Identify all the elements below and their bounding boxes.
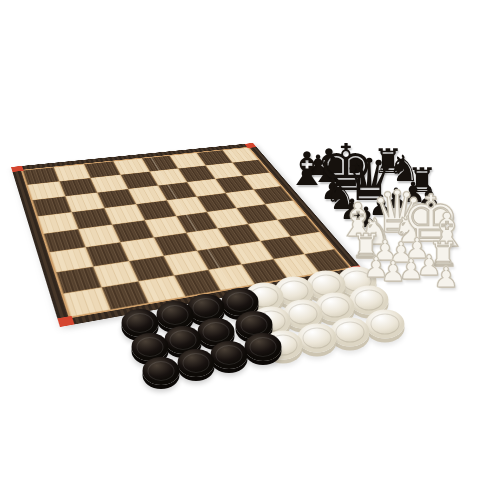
checker-embossed-ring [216,345,243,365]
checker-embossed-ring [193,298,220,318]
white-checker[interactable] [331,318,370,347]
checker-embossed-ring [162,305,189,325]
checker-embossed-ring [241,315,268,335]
white-pawn-piece[interactable]: ♟ [433,264,458,292]
checker-embossed-ring [203,322,230,342]
white-checker[interactable] [366,310,405,339]
checker-embossed-ring [227,292,254,312]
checker-embossed-ring [170,330,197,350]
checker-embossed-ring [321,297,350,318]
white-pawn-piece[interactable]: ♟ [380,258,405,286]
white-checker[interactable] [298,324,337,353]
checker-embossed-ring [336,322,365,343]
checker-embossed-ring [289,304,318,325]
checker-embossed-ring [355,290,384,311]
black-checker[interactable] [211,341,248,369]
black-checker[interactable] [143,357,180,385]
checker-embossed-ring [280,281,309,302]
checker-embossed-ring [127,313,154,333]
checker-embossed-ring [183,353,210,373]
checker-embossed-ring [137,337,164,357]
checker-embossed-ring [148,361,175,381]
corner-accent [57,316,74,327]
black-checker[interactable] [178,349,215,377]
black-checker[interactable] [245,333,282,361]
checker-embossed-ring [303,328,332,349]
checker-embossed-ring [371,314,400,335]
checker-embossed-ring [250,337,277,357]
product-photo-stage: ♝♟♝♚♛♜♞♜♞♟♟♟♟♟♟♟♝♞♛♞♚♝♜♜♟♟♟♟♟♟♟♟ [0,0,500,500]
black-checker[interactable] [157,301,194,329]
